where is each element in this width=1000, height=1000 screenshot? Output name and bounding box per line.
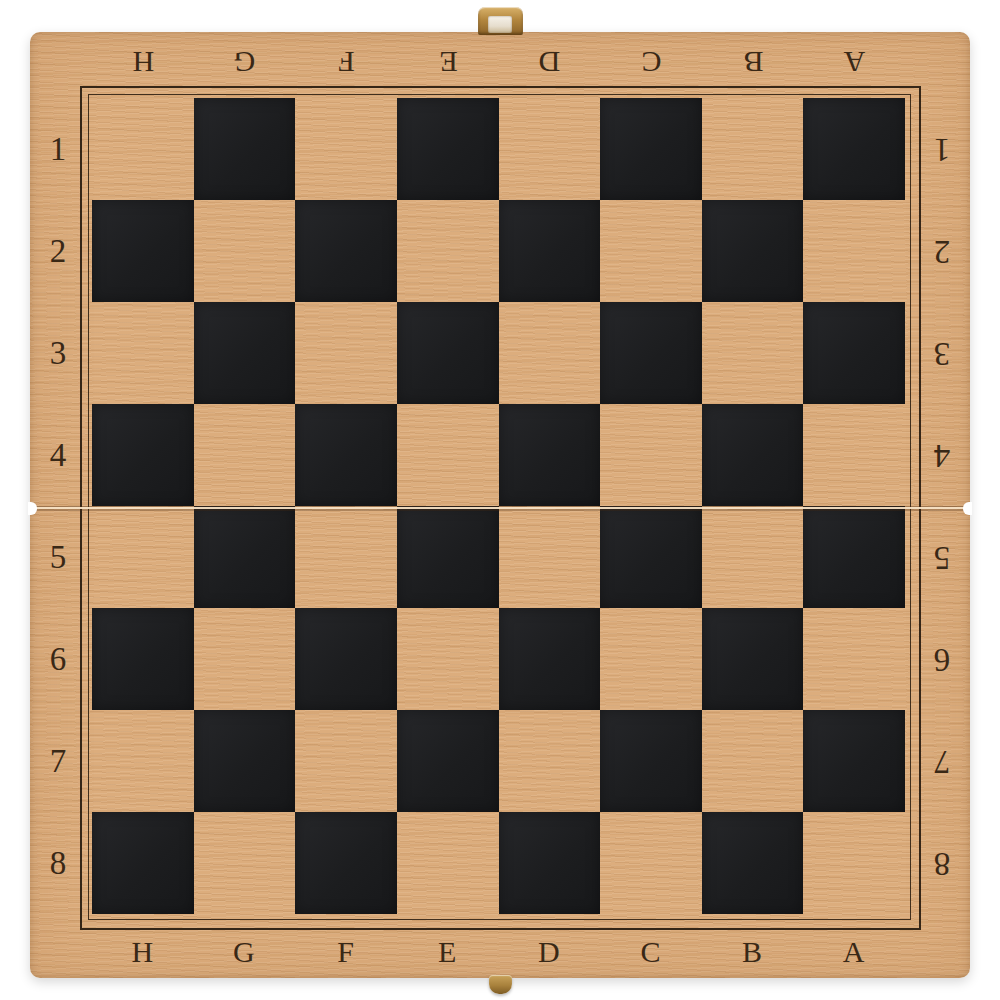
file-label-bottom-f: F	[337, 935, 355, 969]
file-label-bottom-d: D	[538, 935, 561, 969]
square-b8[interactable]	[702, 812, 804, 914]
file-label-top-f: F	[337, 45, 355, 79]
square-e1[interactable]	[397, 98, 499, 200]
square-d6[interactable]	[499, 608, 601, 710]
rank-label-right-3: 3	[934, 335, 951, 372]
square-c1[interactable]	[600, 98, 702, 200]
square-d5[interactable]	[499, 506, 601, 608]
square-f6[interactable]	[295, 608, 397, 710]
file-label-bottom-g: G	[233, 935, 256, 969]
square-a8[interactable]	[803, 812, 905, 914]
square-h2[interactable]	[92, 200, 194, 302]
fold-seam-notch-right	[963, 502, 972, 515]
square-g6[interactable]	[194, 608, 296, 710]
chessboard: HGFEDCBAHGFEDCBA1234567812345678	[30, 32, 970, 978]
square-f3[interactable]	[295, 302, 397, 404]
square-d1[interactable]	[499, 98, 601, 200]
square-g8[interactable]	[194, 812, 296, 914]
square-d2[interactable]	[499, 200, 601, 302]
square-a5[interactable]	[803, 506, 905, 608]
rank-label-left-2: 2	[50, 233, 67, 270]
square-g4[interactable]	[194, 404, 296, 506]
square-d8[interactable]	[499, 812, 601, 914]
square-h4[interactable]	[92, 404, 194, 506]
square-b7[interactable]	[702, 710, 804, 812]
square-d7[interactable]	[499, 710, 601, 812]
square-c8[interactable]	[600, 812, 702, 914]
square-c3[interactable]	[600, 302, 702, 404]
file-label-top-c: C	[640, 45, 661, 79]
square-c5[interactable]	[600, 506, 702, 608]
square-e6[interactable]	[397, 608, 499, 710]
square-c4[interactable]	[600, 404, 702, 506]
square-a4[interactable]	[803, 404, 905, 506]
square-h5[interactable]	[92, 506, 194, 608]
fold-seam-notch-left	[28, 502, 37, 515]
rank-label-right-8: 8	[934, 845, 951, 882]
file-label-bottom-c: C	[640, 935, 661, 969]
square-e5[interactable]	[397, 506, 499, 608]
square-b1[interactable]	[702, 98, 804, 200]
square-b2[interactable]	[702, 200, 804, 302]
square-f8[interactable]	[295, 812, 397, 914]
rank-label-left-6: 6	[50, 641, 67, 678]
square-g7[interactable]	[194, 710, 296, 812]
square-f7[interactable]	[295, 710, 397, 812]
rank-label-right-4: 4	[934, 437, 951, 474]
square-g3[interactable]	[194, 302, 296, 404]
file-label-bottom-b: B	[742, 935, 763, 969]
rank-label-left-4: 4	[50, 437, 67, 474]
file-label-top-h: H	[131, 45, 154, 79]
square-f5[interactable]	[295, 506, 397, 608]
square-g2[interactable]	[194, 200, 296, 302]
latch-opening	[488, 16, 512, 33]
rank-label-left-8: 8	[50, 845, 67, 882]
square-a7[interactable]	[803, 710, 905, 812]
fold-seam	[30, 506, 970, 511]
file-label-top-g: G	[233, 45, 256, 79]
rank-label-right-2: 2	[934, 233, 951, 270]
file-label-top-d: D	[538, 45, 561, 79]
square-e3[interactable]	[397, 302, 499, 404]
square-c6[interactable]	[600, 608, 702, 710]
rank-label-left-3: 3	[50, 335, 67, 372]
square-a1[interactable]	[803, 98, 905, 200]
square-b4[interactable]	[702, 404, 804, 506]
square-e2[interactable]	[397, 200, 499, 302]
rank-label-left-7: 7	[50, 743, 67, 780]
square-c7[interactable]	[600, 710, 702, 812]
square-b5[interactable]	[702, 506, 804, 608]
square-e4[interactable]	[397, 404, 499, 506]
square-h3[interactable]	[92, 302, 194, 404]
square-e7[interactable]	[397, 710, 499, 812]
rank-label-right-7: 7	[934, 743, 951, 780]
file-label-bottom-a: A	[843, 935, 866, 969]
square-g1[interactable]	[194, 98, 296, 200]
square-c2[interactable]	[600, 200, 702, 302]
square-f1[interactable]	[295, 98, 397, 200]
rank-label-right-6: 6	[934, 641, 951, 678]
square-a3[interactable]	[803, 302, 905, 404]
file-label-top-b: B	[742, 45, 763, 79]
rank-label-left-5: 5	[50, 539, 67, 576]
square-b6[interactable]	[702, 608, 804, 710]
square-h8[interactable]	[92, 812, 194, 914]
square-f2[interactable]	[295, 200, 397, 302]
file-label-top-e: E	[438, 45, 457, 79]
square-g5[interactable]	[194, 506, 296, 608]
square-h7[interactable]	[92, 710, 194, 812]
square-a2[interactable]	[803, 200, 905, 302]
square-h6[interactable]	[92, 608, 194, 710]
square-b3[interactable]	[702, 302, 804, 404]
file-label-top-a: A	[843, 45, 866, 79]
rank-label-right-1: 1	[934, 131, 951, 168]
square-d3[interactable]	[499, 302, 601, 404]
square-a6[interactable]	[803, 608, 905, 710]
square-h1[interactable]	[92, 98, 194, 200]
rank-label-right-5: 5	[934, 539, 951, 576]
file-label-bottom-h: H	[131, 935, 154, 969]
brass-latch	[478, 7, 523, 35]
square-f4[interactable]	[295, 404, 397, 506]
brass-hinge-pin	[489, 975, 512, 994]
square-d4[interactable]	[499, 404, 601, 506]
rank-label-left-1: 1	[50, 131, 67, 168]
square-e8[interactable]	[397, 812, 499, 914]
file-label-bottom-e: E	[438, 935, 457, 969]
